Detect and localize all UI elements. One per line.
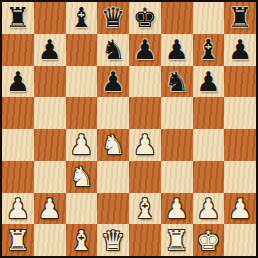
square-f6[interactable]: ♞	[161, 66, 193, 98]
black-pawn[interactable]: ♟	[6, 66, 30, 97]
square-g3[interactable]	[193, 161, 225, 193]
white-pawn[interactable]: ♟	[228, 193, 252, 224]
square-d6[interactable]: ♟	[97, 66, 129, 98]
black-bishop[interactable]: ♝	[69, 2, 93, 33]
square-h6[interactable]	[224, 66, 256, 98]
square-g5[interactable]	[193, 97, 225, 129]
square-a7[interactable]	[2, 34, 34, 66]
square-f7[interactable]: ♟	[161, 34, 193, 66]
white-knight[interactable]: ♞	[101, 129, 125, 160]
white-pawn[interactable]: ♟	[6, 193, 30, 224]
square-c8[interactable]: ♝	[66, 2, 98, 34]
white-pawn[interactable]: ♟	[38, 193, 62, 224]
black-pawn[interactable]: ♟	[38, 34, 62, 65]
black-rook[interactable]: ♜	[228, 2, 252, 33]
square-b4[interactable]	[34, 129, 66, 161]
square-h3[interactable]	[224, 161, 256, 193]
square-h8[interactable]: ♜	[224, 2, 256, 34]
square-b8[interactable]	[34, 2, 66, 34]
black-pawn[interactable]: ♟	[133, 34, 157, 65]
square-e3[interactable]	[129, 161, 161, 193]
square-g6[interactable]: ♟	[193, 66, 225, 98]
square-a1[interactable]: ♜	[2, 224, 34, 256]
black-knight[interactable]: ♞	[101, 34, 125, 65]
square-g4[interactable]	[193, 129, 225, 161]
square-e7[interactable]: ♟	[129, 34, 161, 66]
square-g7[interactable]: ♝	[193, 34, 225, 66]
square-h4[interactable]	[224, 129, 256, 161]
square-a6[interactable]: ♟	[2, 66, 34, 98]
black-pawn[interactable]: ♟	[101, 66, 125, 97]
square-b2[interactable]: ♟	[34, 193, 66, 225]
white-pawn[interactable]: ♟	[165, 193, 189, 224]
white-pawn[interactable]: ♟	[69, 129, 93, 160]
black-pawn[interactable]: ♟	[196, 66, 220, 97]
black-queen[interactable]: ♛	[101, 2, 125, 33]
square-d2[interactable]	[97, 193, 129, 225]
square-d8[interactable]: ♛	[97, 2, 129, 34]
square-c7[interactable]	[66, 34, 98, 66]
square-f1[interactable]: ♜	[161, 224, 193, 256]
square-f5[interactable]	[161, 97, 193, 129]
chess-board: ♜♝♛♚♜♟♞♟♟♝♟♟♟♞♟♟♞♟♞♟♟♝♟♟♟♜♝♛♜♚	[2, 2, 256, 256]
square-c3[interactable]: ♞	[66, 161, 98, 193]
square-b7[interactable]: ♟	[34, 34, 66, 66]
square-f8[interactable]	[161, 2, 193, 34]
square-h2[interactable]: ♟	[224, 193, 256, 225]
square-f3[interactable]	[161, 161, 193, 193]
square-e1[interactable]	[129, 224, 161, 256]
black-pawn[interactable]: ♟	[165, 34, 189, 65]
chess-board-frame: ♜♝♛♚♜♟♞♟♟♝♟♟♟♞♟♟♞♟♞♟♟♝♟♟♟♜♝♛♜♚	[0, 0, 258, 258]
square-g8[interactable]	[193, 2, 225, 34]
square-c6[interactable]	[66, 66, 98, 98]
white-bishop[interactable]: ♝	[133, 193, 157, 224]
white-pawn[interactable]: ♟	[196, 193, 220, 224]
white-bishop[interactable]: ♝	[69, 225, 93, 256]
square-e4[interactable]: ♟	[129, 129, 161, 161]
white-king[interactable]: ♚	[196, 225, 220, 256]
white-pawn[interactable]: ♟	[133, 129, 157, 160]
white-knight[interactable]: ♞	[69, 161, 93, 192]
square-e2[interactable]: ♝	[129, 193, 161, 225]
black-rook[interactable]: ♜	[6, 2, 30, 33]
square-g2[interactable]: ♟	[193, 193, 225, 225]
black-king[interactable]: ♚	[133, 2, 157, 33]
black-bishop[interactable]: ♝	[196, 34, 220, 65]
square-d1[interactable]: ♛	[97, 224, 129, 256]
square-c1[interactable]: ♝	[66, 224, 98, 256]
square-b5[interactable]	[34, 97, 66, 129]
square-a4[interactable]	[2, 129, 34, 161]
square-e5[interactable]	[129, 97, 161, 129]
white-queen[interactable]: ♛	[101, 225, 125, 256]
square-e8[interactable]: ♚	[129, 2, 161, 34]
square-d3[interactable]	[97, 161, 129, 193]
square-d4[interactable]: ♞	[97, 129, 129, 161]
square-f4[interactable]	[161, 129, 193, 161]
square-b3[interactable]	[34, 161, 66, 193]
square-g1[interactable]: ♚	[193, 224, 225, 256]
square-d7[interactable]: ♞	[97, 34, 129, 66]
square-h1[interactable]	[224, 224, 256, 256]
square-a3[interactable]	[2, 161, 34, 193]
square-b1[interactable]	[34, 224, 66, 256]
square-c4[interactable]: ♟	[66, 129, 98, 161]
square-f2[interactable]: ♟	[161, 193, 193, 225]
square-h7[interactable]: ♟	[224, 34, 256, 66]
white-rook[interactable]: ♜	[165, 225, 189, 256]
black-pawn[interactable]: ♟	[228, 34, 252, 65]
white-rook[interactable]: ♜	[6, 225, 30, 256]
square-e6[interactable]	[129, 66, 161, 98]
square-b6[interactable]	[34, 66, 66, 98]
square-h5[interactable]	[224, 97, 256, 129]
black-knight[interactable]: ♞	[165, 66, 189, 97]
square-d5[interactable]	[97, 97, 129, 129]
square-c5[interactable]	[66, 97, 98, 129]
square-c2[interactable]	[66, 193, 98, 225]
square-a2[interactable]: ♟	[2, 193, 34, 225]
square-a8[interactable]: ♜	[2, 2, 34, 34]
square-a5[interactable]	[2, 97, 34, 129]
